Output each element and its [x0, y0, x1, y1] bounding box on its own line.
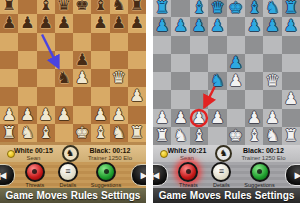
square-e1[interactable]: ♚	[73, 124, 91, 142]
black-knight-piece: ♞	[265, 0, 279, 17]
white-bishop-piece: ♝	[93, 124, 107, 142]
square-g7[interactable]: ♟	[110, 14, 128, 32]
square-f5[interactable]	[245, 54, 263, 72]
white-queen-piece: ♛	[265, 72, 279, 90]
square-h2[interactable]	[282, 109, 300, 127]
black-clock: Black: 00:12 Trainer 1250 Elo	[88, 147, 132, 161]
white-pawn-piece: ♟	[173, 109, 187, 127]
white-knight-piece: ♞	[20, 124, 34, 142]
skip-back-button[interactable]: |◀	[0, 164, 15, 186]
square-b8[interactable]	[171, 0, 189, 17]
square-d8[interactable]: ♛	[55, 0, 73, 14]
white-pawn-piece: ♟	[57, 106, 71, 124]
details-icon: ≡	[211, 162, 231, 182]
square-d5[interactable]	[55, 51, 73, 69]
square-g5[interactable]	[263, 54, 281, 72]
square-e3[interactable]	[227, 90, 245, 108]
menu-item-moves[interactable]: Moves	[190, 190, 221, 201]
bottom-menu: Game Moves Rules Settings	[0, 188, 146, 203]
square-g4[interactable]: ♛	[110, 69, 128, 87]
white-clock-time: White 00:15	[14, 147, 53, 154]
square-c3[interactable]	[37, 87, 55, 105]
square-a3[interactable]	[0, 87, 18, 105]
square-b6[interactable]	[171, 36, 189, 54]
black-pawn-piece: ♟	[130, 14, 144, 32]
square-h8[interactable]: ♜	[128, 0, 146, 14]
black-pawn-piece: ♟	[93, 14, 107, 32]
square-h4[interactable]	[282, 72, 300, 90]
square-d3[interactable]	[55, 87, 73, 105]
square-g1[interactable]: ♞	[110, 124, 128, 142]
square-b8[interactable]	[18, 0, 36, 14]
square-f7[interactable]: ♟	[91, 14, 109, 32]
square-b2[interactable]: ♟	[18, 106, 36, 124]
square-b1[interactable]: ♞	[171, 127, 189, 145]
square-g1[interactable]: ♞	[263, 127, 281, 145]
square-c6[interactable]	[37, 33, 55, 51]
black-queen-piece: ♛	[210, 0, 224, 17]
skip-back-button[interactable]: |◀	[153, 164, 168, 186]
black-knight-piece: ♞	[111, 0, 125, 14]
square-d4[interactable]: ♞	[55, 69, 73, 87]
square-e6[interactable]	[73, 33, 91, 51]
details-icon: ≡	[58, 162, 78, 182]
square-d7[interactable]: ♟	[208, 17, 226, 35]
square-g3[interactable]	[263, 90, 281, 108]
status-dot-icon	[160, 150, 168, 158]
chess-board[interactable]: ♜♝♛♚♝♞♜♟♟♟♟♟♟♟♟♞♟♛♟♟♟♟♟♟♟♜♞♝♚♝♞♜	[153, 0, 300, 145]
square-h2[interactable]	[128, 106, 146, 124]
square-d1[interactable]	[55, 124, 73, 142]
black-player-name: Trainer 1250 Elo	[88, 155, 132, 161]
status-dot-icon	[7, 150, 15, 158]
square-b2[interactable]: ♟	[171, 109, 189, 127]
suggestions-button[interactable]: Suggestions	[91, 162, 121, 189]
black-pawn-piece: ♟	[192, 17, 206, 35]
black-queen-piece: ♛	[57, 0, 71, 14]
square-g6[interactable]	[263, 36, 281, 54]
black-rook-piece: ♜	[284, 0, 298, 17]
black-king-piece: ♚	[229, 0, 243, 17]
black-rook-piece: ♜	[155, 0, 169, 17]
white-pawn-piece: ♟	[93, 106, 107, 124]
white-pawn-piece: ♟	[247, 109, 261, 127]
square-f5[interactable]	[91, 51, 109, 69]
white-pawn-piece: ♟	[130, 87, 144, 105]
bottom-menu: Game Moves Rules Settings	[153, 188, 300, 203]
square-f2[interactable]: ♟	[245, 109, 263, 127]
square-c4[interactable]	[190, 72, 208, 90]
black-knight-piece: ♞	[210, 72, 224, 90]
menu-item-settings[interactable]: Settings	[101, 190, 140, 201]
app-logo-icon: ♞	[62, 145, 79, 162]
white-clock-time: White 00:21	[167, 147, 206, 154]
square-g4[interactable]: ♛	[263, 72, 281, 90]
square-c6[interactable]	[190, 36, 208, 54]
suggestions-button[interactable]: Suggestions	[244, 162, 274, 189]
square-f4[interactable]	[91, 69, 109, 87]
white-bishop-piece: ♝	[247, 127, 261, 145]
black-pawn-piece: ♟	[210, 17, 224, 35]
square-g6[interactable]	[110, 33, 128, 51]
square-e8[interactable]: ♚	[73, 0, 91, 14]
black-bishop-piece: ♝	[247, 0, 261, 17]
black-bishop-piece: ♝	[192, 0, 206, 17]
threats-button[interactable]: Threats	[25, 162, 45, 189]
white-pawn-piece: ♟	[20, 106, 34, 124]
threats-icon-active	[178, 162, 198, 182]
white-pawn-piece: ♟	[2, 106, 16, 124]
toolbar: |◀ Threats ≡ Details Suggestions ▶|	[0, 162, 146, 188]
square-c4[interactable]	[37, 69, 55, 87]
suggestions-icon	[250, 162, 270, 182]
square-c7[interactable]: ♟	[37, 14, 55, 32]
black-clock: Black: 00:12 Trainer 1250 Elo	[241, 147, 285, 161]
white-pawn-piece: ♟	[192, 109, 206, 127]
square-b6[interactable]	[18, 33, 36, 51]
square-c2[interactable]: ♟	[37, 106, 55, 124]
square-a1[interactable]: ♜	[0, 124, 18, 142]
threats-button[interactable]: Threats	[178, 162, 198, 189]
square-g2[interactable]: ♟	[110, 106, 128, 124]
square-e7[interactable]	[73, 14, 91, 32]
chess-app-panel-wood: ♜♝♛♚♝♞♜♟♟♟♟♟♟♟♟♞♟♛♟♟♟♟♟♟♟♜♞♝♚♝♞♜ White 0…	[0, 0, 146, 203]
square-c5[interactable]	[190, 54, 208, 72]
square-b3[interactable]	[171, 90, 189, 108]
white-pawn-piece: ♟	[229, 72, 243, 90]
black-pawn-piece: ♟	[111, 14, 125, 32]
square-g2[interactable]: ♟	[263, 109, 281, 127]
square-e2[interactable]	[73, 106, 91, 124]
white-rook-piece: ♜	[155, 127, 169, 145]
square-b4[interactable]	[18, 69, 36, 87]
details-button[interactable]: ≡ Details	[211, 162, 231, 189]
square-d3[interactable]	[208, 90, 226, 108]
black-pawn-piece: ♟	[2, 14, 16, 32]
square-b4[interactable]	[171, 72, 189, 90]
square-h3[interactable]: ♟	[282, 90, 300, 108]
suggestions-icon	[96, 162, 116, 182]
square-d2[interactable]: ♟	[55, 106, 73, 124]
square-a6[interactable]	[0, 33, 18, 51]
square-f3[interactable]	[245, 90, 263, 108]
square-g5[interactable]	[110, 51, 128, 69]
white-king-piece: ♚	[229, 127, 243, 145]
square-c7[interactable]: ♟	[190, 17, 208, 35]
square-f6[interactable]	[245, 36, 263, 54]
square-d5[interactable]	[208, 54, 226, 72]
square-d1[interactable]	[208, 127, 226, 145]
square-e5[interactable]: ♟	[227, 54, 245, 72]
square-f7[interactable]: ♟	[245, 17, 263, 35]
square-e4[interactable]: ♟	[227, 72, 245, 90]
square-c8[interactable]: ♝	[37, 0, 55, 14]
menu-item-moves[interactable]: Moves	[36, 190, 67, 201]
black-bishop-piece: ♝	[38, 0, 52, 14]
white-rook-piece: ♜	[284, 127, 298, 145]
square-g3[interactable]	[110, 87, 128, 105]
square-d7[interactable]: ♟	[55, 14, 73, 32]
square-a6[interactable]	[153, 36, 171, 54]
menu-item-game[interactable]: Game	[6, 190, 34, 201]
square-g7[interactable]: ♟	[263, 17, 281, 35]
black-rook-piece: ♜	[130, 0, 144, 14]
square-e8[interactable]: ♚	[227, 0, 245, 17]
white-rook-piece: ♜	[2, 124, 16, 142]
square-c5[interactable]	[37, 51, 55, 69]
screenshot-pair: ♜♝♛♚♝♞♜♟♟♟♟♟♟♟♟♞♟♛♟♟♟♟♟♟♟♜♞♝♚♝♞♜ White 0…	[0, 0, 300, 203]
square-h4[interactable]	[128, 69, 146, 87]
black-pawn-piece: ♟	[229, 54, 243, 72]
chess-app-panel-gray: ♜♝♛♚♝♞♜♟♟♟♟♟♟♟♟♞♟♛♟♟♟♟♟♟♟♜♞♝♚♝♞♜ White 0…	[153, 0, 300, 203]
black-pawn-piece: ♟	[265, 17, 279, 35]
square-d6[interactable]	[55, 33, 73, 51]
square-h5[interactable]	[128, 51, 146, 69]
white-rook-piece: ♜	[130, 124, 144, 142]
black-player-name: Trainer 1250 Elo	[241, 155, 285, 161]
black-pawn-piece: ♟	[75, 51, 89, 69]
square-g8[interactable]: ♞	[110, 0, 128, 14]
square-b5[interactable]	[18, 51, 36, 69]
white-knight-piece: ♞	[111, 124, 125, 142]
white-player-name: Sean	[14, 155, 53, 161]
square-f1[interactable]: ♝	[91, 124, 109, 142]
square-d2[interactable]: ♟	[208, 109, 226, 127]
square-a7[interactable]: ♟	[0, 14, 18, 32]
black-knight-piece: ♞	[57, 69, 71, 87]
square-e2[interactable]	[227, 109, 245, 127]
white-pawn-piece: ♟	[284, 90, 298, 108]
menu-item-rules[interactable]: Rules	[71, 190, 98, 201]
square-c8[interactable]: ♝	[190, 0, 208, 17]
white-pawn-piece: ♟	[265, 109, 279, 127]
square-d6[interactable]	[208, 36, 226, 54]
white-pawn-piece: ♟	[210, 109, 224, 127]
square-c1[interactable]: ♝	[37, 124, 55, 142]
square-b5[interactable]	[171, 54, 189, 72]
white-knight-piece: ♞	[173, 127, 187, 145]
menu-item-rules[interactable]: Rules	[224, 190, 251, 201]
square-c1[interactable]: ♝	[190, 127, 208, 145]
square-h3[interactable]: ♟	[128, 87, 146, 105]
square-f2[interactable]: ♟	[91, 106, 109, 124]
black-pawn-piece: ♟	[284, 17, 298, 35]
square-d4[interactable]: ♞	[208, 72, 226, 90]
square-d8[interactable]: ♛	[208, 0, 226, 17]
white-clock: White 00:21 Sean	[167, 147, 206, 161]
white-player-name: Sean	[167, 155, 206, 161]
square-f3[interactable]	[91, 87, 109, 105]
toolbar: |◀ Threats ≡ Details Suggestions ▶|	[153, 162, 300, 188]
black-clock-time: Black: 00:12	[241, 147, 285, 154]
black-pawn-piece: ♟	[20, 14, 34, 32]
square-a4[interactable]	[153, 72, 171, 90]
skip-forward-button[interactable]: ▶|	[131, 164, 146, 186]
square-f1[interactable]: ♝	[245, 127, 263, 145]
square-b3[interactable]	[18, 87, 36, 105]
white-pawn-piece: ♟	[155, 109, 169, 127]
white-bishop-piece: ♝	[192, 127, 206, 145]
white-king-piece: ♚	[75, 124, 89, 142]
square-b7[interactable]: ♟	[18, 14, 36, 32]
square-a7[interactable]: ♟	[153, 17, 171, 35]
square-h7[interactable]: ♟	[128, 14, 146, 32]
square-h5[interactable]	[282, 54, 300, 72]
square-c2[interactable]: ♟	[190, 109, 208, 127]
square-e7[interactable]	[227, 17, 245, 35]
white-pawn-piece: ♟	[111, 106, 125, 124]
black-pawn-piece: ♟	[155, 17, 169, 35]
square-f8[interactable]: ♝	[245, 0, 263, 17]
skip-forward-button[interactable]: ▶|	[285, 164, 300, 186]
square-a5[interactable]	[0, 51, 18, 69]
status-bar: White 00:21 Sean ♞ Black: 00:12 Trainer …	[153, 145, 300, 162]
white-pawn-piece: ♟	[75, 69, 89, 87]
square-a4[interactable]	[0, 69, 18, 87]
white-bishop-piece: ♝	[38, 124, 52, 142]
black-king-piece: ♚	[75, 0, 89, 14]
white-clock: White 00:15 Sean	[14, 147, 53, 161]
black-pawn-piece: ♟	[173, 17, 187, 35]
black-pawn-piece: ♟	[57, 14, 71, 32]
black-rook-piece: ♜	[2, 0, 16, 14]
square-b7[interactable]: ♟	[171, 17, 189, 35]
status-bar: White 00:15 Sean ♞ Black: 00:12 Trainer …	[0, 145, 146, 162]
square-a2[interactable]: ♟	[0, 106, 18, 124]
square-a8[interactable]: ♜	[0, 0, 18, 14]
square-e1[interactable]: ♚	[227, 127, 245, 145]
square-c3[interactable]	[190, 90, 208, 108]
square-a5[interactable]	[153, 54, 171, 72]
square-a1[interactable]: ♜	[153, 127, 171, 145]
square-f8[interactable]: ♝	[91, 0, 109, 14]
white-pawn-piece: ♟	[38, 106, 52, 124]
board-area: ♜♝♛♚♝♞♜♟♟♟♟♟♟♟♟♞♟♛♟♟♟♟♟♟♟♜♞♝♚♝♞♜	[0, 0, 146, 145]
square-h1[interactable]: ♜	[128, 124, 146, 142]
square-a3[interactable]	[153, 90, 171, 108]
square-e3[interactable]	[73, 87, 91, 105]
square-e5[interactable]: ♟	[73, 51, 91, 69]
menu-item-game[interactable]: Game	[159, 190, 187, 201]
square-f4[interactable]	[245, 72, 263, 90]
black-pawn-piece: ♟	[38, 14, 52, 32]
black-bishop-piece: ♝	[93, 0, 107, 14]
square-e4[interactable]: ♟	[73, 69, 91, 87]
board-area: ♜♝♛♚♝♞♜♟♟♟♟♟♟♟♟♞♟♛♟♟♟♟♟♟♟♜♞♝♚♝♞♜	[153, 0, 300, 145]
app-logo-icon: ♞	[215, 145, 232, 162]
chess-board[interactable]: ♜♝♛♚♝♞♜♟♟♟♟♟♟♟♟♞♟♛♟♟♟♟♟♟♟♜♞♝♚♝♞♜	[0, 0, 146, 142]
square-b1[interactable]: ♞	[18, 124, 36, 142]
square-a8[interactable]: ♜	[153, 0, 171, 17]
square-h8[interactable]: ♜	[282, 0, 300, 17]
white-queen-piece: ♛	[111, 69, 125, 87]
square-h7[interactable]: ♟	[282, 17, 300, 35]
square-h1[interactable]: ♜	[282, 127, 300, 145]
square-f6[interactable]	[91, 33, 109, 51]
square-h6[interactable]	[282, 36, 300, 54]
square-e6[interactable]	[227, 36, 245, 54]
square-a2[interactable]: ♟	[153, 109, 171, 127]
menu-item-settings[interactable]: Settings	[255, 190, 294, 201]
square-g8[interactable]: ♞	[263, 0, 281, 17]
black-clock-time: Black: 00:12	[88, 147, 132, 154]
threats-icon	[25, 162, 45, 182]
square-h6[interactable]	[128, 33, 146, 51]
white-knight-piece: ♞	[265, 127, 279, 145]
details-button[interactable]: ≡ Details	[58, 162, 78, 189]
black-pawn-piece: ♟	[247, 17, 261, 35]
